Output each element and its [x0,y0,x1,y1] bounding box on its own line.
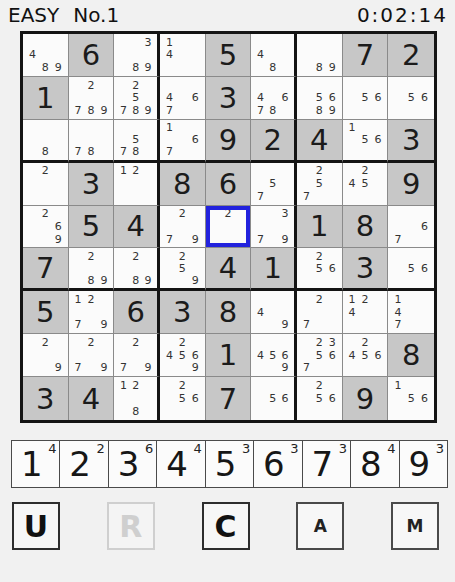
digit-placed-count: 3 [290,441,298,456]
digit-button-5[interactable]: 53 [206,441,254,487]
cell-r5c3[interactable]: 4 [114,206,160,249]
pencil-marks: 289 [114,248,157,288]
cell-r9c2[interactable]: 4 [69,377,115,420]
cell-value: 5 [206,34,251,76]
pencil-marks: 256 [297,377,342,420]
digit-placed-count: 3 [436,441,444,456]
pencil-marks: 14 [160,34,205,76]
cell-value: 7 [23,248,68,288]
pencil-marks: 256 [297,248,342,288]
cell-value: 1 [251,248,294,288]
cell-value: 1 [23,77,68,119]
cell-value: 3 [160,291,205,333]
cell-r3c8[interactable]: 156 [343,120,389,163]
cell-r4c7[interactable]: 257 [297,163,343,206]
cell-r6c1[interactable]: 7 [23,248,69,291]
cell-r8c8[interactable]: 2456 [343,334,389,377]
pencil-marks: 23567 [297,334,342,376]
cell-r3c3[interactable]: 578 [114,120,160,163]
pencil-marks: 279 [160,206,205,248]
cell-r2c3[interactable]: 25789 [114,77,160,120]
pencil-marks: 4569 [251,334,294,376]
pencil-marks: 269 [23,206,68,248]
cell-r9c8[interactable]: 9 [343,377,389,420]
cell-r4c6[interactable]: 57 [251,163,297,206]
pencil-marks: 467 [160,77,205,119]
cell-value: 3 [206,77,251,119]
digit-button-1[interactable]: 14 [12,441,60,487]
pencil-marks: 24569 [160,334,205,376]
digit-button-3[interactable]: 36 [109,441,157,487]
pencil-marks: 1279 [69,291,114,333]
header: EASYNo.1 0:02:14 [0,0,455,30]
sudoku-board: 4896389145488972127892578946734678568956… [20,31,437,423]
pencil-marks: 2 [23,163,68,205]
digit-placed-count: 4 [48,441,56,456]
cell-r7c3[interactable]: 6 [114,291,160,334]
cell-r6c9[interactable]: 56 [388,248,434,291]
digit-placed-count: 3 [339,441,347,456]
cell-r3c4[interactable]: 167 [160,120,206,163]
cell-value: 7 [206,377,251,420]
cell-r5c7[interactable]: 1 [297,206,343,249]
pencil-marks: 257 [297,163,342,205]
cell-r6c7[interactable]: 256 [297,248,343,291]
pencil-marks: 78 [69,120,114,160]
digit-placed-count: 6 [145,441,153,456]
pencil-marks: 156 [343,120,388,160]
cell-value: 5 [69,206,114,248]
cell-r9c4[interactable]: 256 [160,377,206,420]
cell-r4c9[interactable]: 9 [388,163,434,206]
cell-r1c4[interactable]: 14 [160,34,206,77]
pencil-marks: 489 [23,34,68,76]
cell-value: 3 [69,163,114,205]
pencil-marks: 56 [388,248,434,288]
cell-r5c4[interactable]: 279 [160,206,206,249]
cell-r7c1[interactable]: 5 [23,291,69,334]
digit-button-6[interactable]: 63 [254,441,302,487]
cell-r1c1[interactable]: 489 [23,34,69,77]
pencil-marks: 156 [388,377,434,420]
cell-value: 2 [388,34,434,76]
cell-value: 3 [343,248,388,288]
pencil-marks: 279 [114,334,157,376]
cell-r7c9[interactable]: 147 [388,291,434,334]
digit-label: 9 [408,444,430,484]
pencil-marks: 56 [343,77,388,119]
pencil-marks: 8 [23,120,68,160]
cell-r7c5[interactable]: 8 [206,291,252,334]
cell-r6c4[interactable]: 259 [160,248,206,291]
digit-button-7[interactable]: 73 [303,441,351,487]
cell-value: 6 [114,291,157,333]
cell-r9c7[interactable]: 256 [297,377,343,420]
cell-r2c6[interactable]: 4678 [251,77,297,120]
cell-r4c1[interactable]: 2 [23,163,69,206]
cell-r8c3[interactable]: 279 [114,334,160,377]
puzzle-info: EASYNo.1 [8,3,119,27]
digit-placed-count: 4 [387,441,395,456]
cell-r7c6[interactable]: 49 [251,291,297,334]
cell-value: 8 [388,334,434,376]
cell-value: 9 [343,377,388,420]
cell-r7c8[interactable]: 124 [343,291,389,334]
cell-r5c2[interactable]: 5 [69,206,115,249]
pencil-marks: 245 [343,163,388,205]
cell-r2c2[interactable]: 2789 [69,77,115,120]
cell-r3c7[interactable]: 4 [297,120,343,163]
cell-r6c3[interactable]: 289 [114,248,160,291]
pencil-marks: 27 [297,291,342,333]
cell-r8c9[interactable]: 8 [388,334,434,377]
digit-label: 6 [263,444,285,484]
cell-r2c8[interactable]: 56 [343,77,389,120]
cell-r7c4[interactable]: 3 [160,291,206,334]
cell-r3c6[interactable]: 2 [251,120,297,163]
cell-value: 8 [343,206,388,248]
cell-r4c3[interactable]: 12 [114,163,160,206]
cell-r9c5[interactable]: 7 [206,377,252,420]
pencil-marks: 56 [388,77,434,119]
cell-r1c6[interactable]: 48 [251,34,297,77]
cell-value: 9 [206,120,251,160]
cell-r2c7[interactable]: 5689 [297,77,343,120]
cell-value: 7 [343,34,388,76]
cell-r4c5[interactable]: 6 [206,163,252,206]
cell-value: 3 [388,120,434,160]
cell-r9c3[interactable]: 128 [114,377,160,420]
cell-value: 8 [160,163,205,205]
digit-selector-bar: 142236445363738493 [11,440,448,488]
difficulty-label: EASY [8,3,59,27]
cell-r7c2[interactable]: 1279 [69,291,115,334]
pencil-marks: 56 [251,377,294,420]
cell-value: 9 [388,163,434,205]
pencil-marks: 389 [114,34,157,76]
cell-value: 1 [297,206,342,248]
pencil-marks: 4678 [251,77,294,119]
cell-r6c6[interactable]: 1 [251,248,297,291]
pencil-marks: 2456 [343,334,388,376]
cell-r5c8[interactable]: 8 [343,206,389,249]
cell-r1c7[interactable]: 89 [297,34,343,77]
cell-r9c6[interactable]: 56 [251,377,297,420]
pencil-marks: 49 [251,291,294,333]
pencil-marks: 279 [69,334,114,376]
pencil-marks: 2 [206,206,251,248]
cell-r3c9[interactable]: 3 [388,120,434,163]
cell-r1c8[interactable]: 7 [343,34,389,77]
pencil-marks: 128 [114,377,157,420]
pencil-marks: 124 [343,291,388,333]
pencil-marks: 29 [23,334,68,376]
pencil-marks: 25789 [114,77,157,119]
action-button-row: U R C A M [12,502,439,550]
cell-r9c1[interactable]: 3 [23,377,69,420]
digit-label: 7 [312,444,334,484]
digit-label: 5 [215,444,237,484]
pencil-marks: 578 [114,120,157,160]
pencil-marks: 147 [388,291,434,333]
pencil-marks: 57 [251,163,294,205]
digit-button-8[interactable]: 84 [351,441,399,487]
cell-r1c3[interactable]: 389 [114,34,160,77]
cell-r3c1[interactable]: 8 [23,120,69,163]
cell-r6c5[interactable]: 4 [206,248,252,291]
pencil-marks: 256 [160,377,205,420]
cell-r1c9[interactable]: 2 [388,34,434,77]
cell-r5c6[interactable]: 379 [251,206,297,249]
cell-r6c8[interactable]: 3 [343,248,389,291]
digit-placed-count: 4 [193,441,201,456]
cell-value: 4 [114,206,157,248]
puzzle-number: No.1 [73,3,119,27]
cell-r4c4[interactable]: 8 [160,163,206,206]
cell-r8c2[interactable]: 279 [69,334,115,377]
cell-r8c4[interactable]: 24569 [160,334,206,377]
cell-r8c1[interactable]: 29 [23,334,69,377]
pencil-marks: 5689 [297,77,342,119]
cell-value: 2 [251,120,294,160]
cell-r9c9[interactable]: 156 [388,377,434,420]
u-button[interactable]: U [12,502,60,550]
digit-label: 2 [69,444,91,484]
cell-value: 4 [297,120,342,160]
cell-r4c8[interactable]: 245 [343,163,389,206]
cell-r8c7[interactable]: 23567 [297,334,343,377]
pencil-marks: 12 [114,163,157,205]
m-button[interactable]: M [391,502,439,550]
cell-r1c5[interactable]: 5 [206,34,252,77]
pencil-marks: 48 [251,34,294,76]
cell-r2c1[interactable]: 1 [23,77,69,120]
pencil-marks: 379 [251,206,294,248]
cell-value: 4 [69,377,114,420]
cell-r5c1[interactable]: 269 [23,206,69,249]
cell-r7c7[interactable]: 27 [297,291,343,334]
cell-r8c6[interactable]: 4569 [251,334,297,377]
cell-r3c2[interactable]: 78 [69,120,115,163]
digit-label: 8 [360,444,382,484]
cell-r2c5[interactable]: 3 [206,77,252,120]
pencil-marks: 89 [297,34,342,76]
cell-value: 8 [206,291,251,333]
cell-value: 6 [206,163,251,205]
pencil-marks: 67 [388,206,434,248]
pencil-marks: 289 [69,248,114,288]
cell-r5c9[interactable]: 67 [388,206,434,249]
digit-placed-count: 2 [97,441,105,456]
cell-r3c5[interactable]: 9 [206,120,252,163]
cell-r2c4[interactable]: 467 [160,77,206,120]
digit-placed-count: 3 [242,441,250,456]
cell-r1c2[interactable]: 6 [69,34,115,77]
cell-r6c2[interactable]: 289 [69,248,115,291]
cell-r2c9[interactable]: 56 [388,77,434,120]
timer: 0:02:14 [357,3,448,27]
cell-r8c5[interactable]: 1 [206,334,252,377]
cell-value: 3 [23,377,68,420]
pencil-marks: 2789 [69,77,114,119]
pencil-marks: 259 [160,248,205,288]
digit-label: 3 [118,444,140,484]
digit-label: 4 [166,444,188,484]
digit-button-4[interactable]: 44 [157,441,205,487]
c-button[interactable]: C [202,502,250,550]
digit-label: 1 [21,444,43,484]
pencil-marks: 167 [160,120,205,160]
cell-value: 5 [23,291,68,333]
cell-value: 1 [206,334,251,376]
r-button[interactable]: R [107,502,155,550]
cell-r5c5[interactable]: 2 [206,206,252,249]
digit-button-2[interactable]: 22 [60,441,108,487]
digit-button-9[interactable]: 93 [400,441,447,487]
cell-value: 6 [69,34,114,76]
cell-r4c2[interactable]: 3 [69,163,115,206]
a-button[interactable]: A [296,502,344,550]
cell-value: 4 [206,248,251,288]
